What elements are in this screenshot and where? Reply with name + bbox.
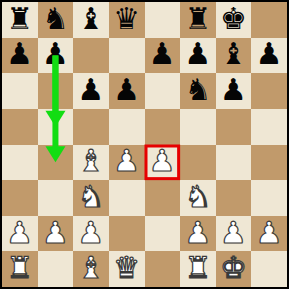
square-c8[interactable]: ♝ <box>73 2 109 38</box>
piece-black-pawn[interactable]: ♟ <box>220 75 247 105</box>
board-squares: ♜♞♝♛♜♚♟♟♟♟♝♟♟♟♞♟♝♟♟♞♞♟♟♟♟♟♟♜♝♛♜♚ <box>2 2 287 287</box>
piece-white-king[interactable]: ♚ <box>220 253 247 283</box>
square-h7[interactable]: ♟ <box>251 38 287 74</box>
piece-black-rook[interactable]: ♜ <box>6 4 33 34</box>
square-b2[interactable]: ♟ <box>38 216 74 252</box>
square-f3[interactable]: ♞ <box>180 180 216 216</box>
piece-white-pawn[interactable]: ♟ <box>42 218 69 248</box>
square-e3[interactable] <box>145 180 181 216</box>
piece-white-knight[interactable]: ♞ <box>184 182 211 212</box>
square-c1[interactable]: ♝ <box>73 251 109 287</box>
square-g3[interactable] <box>216 180 252 216</box>
square-f5[interactable] <box>180 109 216 145</box>
square-b7[interactable]: ♟ <box>38 38 74 74</box>
square-c7[interactable] <box>73 38 109 74</box>
square-c4[interactable]: ♝ <box>73 145 109 181</box>
square-f2[interactable]: ♟ <box>180 216 216 252</box>
square-c3[interactable]: ♞ <box>73 180 109 216</box>
square-c2[interactable]: ♟ <box>73 216 109 252</box>
square-b3[interactable] <box>38 180 74 216</box>
piece-white-pawn[interactable]: ♟ <box>256 218 283 248</box>
square-f4[interactable] <box>180 145 216 181</box>
square-d5[interactable] <box>109 109 145 145</box>
piece-black-knight[interactable]: ♞ <box>184 75 211 105</box>
square-b4[interactable] <box>38 145 74 181</box>
piece-black-pawn[interactable]: ♟ <box>149 39 176 69</box>
square-a1[interactable]: ♜ <box>2 251 38 287</box>
piece-black-pawn[interactable]: ♟ <box>6 39 33 69</box>
square-b8[interactable]: ♞ <box>38 2 74 38</box>
piece-white-pawn[interactable]: ♟ <box>149 146 176 176</box>
square-g4[interactable] <box>216 145 252 181</box>
square-e1[interactable] <box>145 251 181 287</box>
square-a6[interactable] <box>2 73 38 109</box>
piece-black-queen[interactable]: ♛ <box>113 4 140 34</box>
square-c6[interactable]: ♟ <box>73 73 109 109</box>
piece-white-rook[interactable]: ♜ <box>184 253 211 283</box>
piece-black-pawn[interactable]: ♟ <box>78 75 105 105</box>
chess-board: ♜♞♝♛♜♚♟♟♟♟♝♟♟♟♞♟♝♟♟♞♞♟♟♟♟♟♟♜♝♛♜♚ <box>0 0 289 289</box>
piece-black-king[interactable]: ♚ <box>220 4 247 34</box>
square-e4[interactable]: ♟ <box>145 145 181 181</box>
square-b1[interactable] <box>38 251 74 287</box>
square-e8[interactable] <box>145 2 181 38</box>
square-d2[interactable] <box>109 216 145 252</box>
square-g6[interactable]: ♟ <box>216 73 252 109</box>
piece-white-rook[interactable]: ♜ <box>6 253 33 283</box>
square-g7[interactable]: ♝ <box>216 38 252 74</box>
square-f1[interactable]: ♜ <box>180 251 216 287</box>
square-g1[interactable]: ♚ <box>216 251 252 287</box>
piece-white-knight[interactable]: ♞ <box>78 182 105 212</box>
square-c5[interactable] <box>73 109 109 145</box>
square-b5[interactable] <box>38 109 74 145</box>
square-g5[interactable] <box>216 109 252 145</box>
square-d4[interactable]: ♟ <box>109 145 145 181</box>
square-a5[interactable] <box>2 109 38 145</box>
square-e5[interactable] <box>145 109 181 145</box>
square-e6[interactable] <box>145 73 181 109</box>
square-g8[interactable]: ♚ <box>216 2 252 38</box>
piece-black-pawn[interactable]: ♟ <box>184 39 211 69</box>
piece-white-bishop[interactable]: ♝ <box>78 146 105 176</box>
piece-white-pawn[interactable]: ♟ <box>6 218 33 248</box>
square-a4[interactable] <box>2 145 38 181</box>
square-d1[interactable]: ♛ <box>109 251 145 287</box>
square-a2[interactable]: ♟ <box>2 216 38 252</box>
square-h6[interactable] <box>251 73 287 109</box>
square-h4[interactable] <box>251 145 287 181</box>
piece-white-pawn[interactable]: ♟ <box>78 218 105 248</box>
square-e7[interactable]: ♟ <box>145 38 181 74</box>
square-f6[interactable]: ♞ <box>180 73 216 109</box>
square-d7[interactable] <box>109 38 145 74</box>
piece-black-rook[interactable]: ♜ <box>184 4 211 34</box>
square-e2[interactable] <box>145 216 181 252</box>
square-h1[interactable] <box>251 251 287 287</box>
piece-white-queen[interactable]: ♛ <box>113 253 140 283</box>
piece-white-pawn[interactable]: ♟ <box>184 218 211 248</box>
piece-white-pawn[interactable]: ♟ <box>113 146 140 176</box>
square-a8[interactable]: ♜ <box>2 2 38 38</box>
piece-black-pawn[interactable]: ♟ <box>113 75 140 105</box>
square-d6[interactable]: ♟ <box>109 73 145 109</box>
piece-black-knight[interactable]: ♞ <box>42 4 69 34</box>
square-h3[interactable] <box>251 180 287 216</box>
square-h2[interactable]: ♟ <box>251 216 287 252</box>
square-f8[interactable]: ♜ <box>180 2 216 38</box>
square-h5[interactable] <box>251 109 287 145</box>
square-f7[interactable]: ♟ <box>180 38 216 74</box>
square-d3[interactable] <box>109 180 145 216</box>
piece-white-pawn[interactable]: ♟ <box>220 218 247 248</box>
piece-black-pawn[interactable]: ♟ <box>42 39 69 69</box>
square-d8[interactable]: ♛ <box>109 2 145 38</box>
square-a7[interactable]: ♟ <box>2 38 38 74</box>
square-h8[interactable] <box>251 2 287 38</box>
piece-white-bishop[interactable]: ♝ <box>78 253 105 283</box>
square-g2[interactable]: ♟ <box>216 216 252 252</box>
piece-black-bishop[interactable]: ♝ <box>220 39 247 69</box>
square-b6[interactable] <box>38 73 74 109</box>
piece-black-bishop[interactable]: ♝ <box>78 4 105 34</box>
piece-black-pawn[interactable]: ♟ <box>256 39 283 69</box>
square-a3[interactable] <box>2 180 38 216</box>
